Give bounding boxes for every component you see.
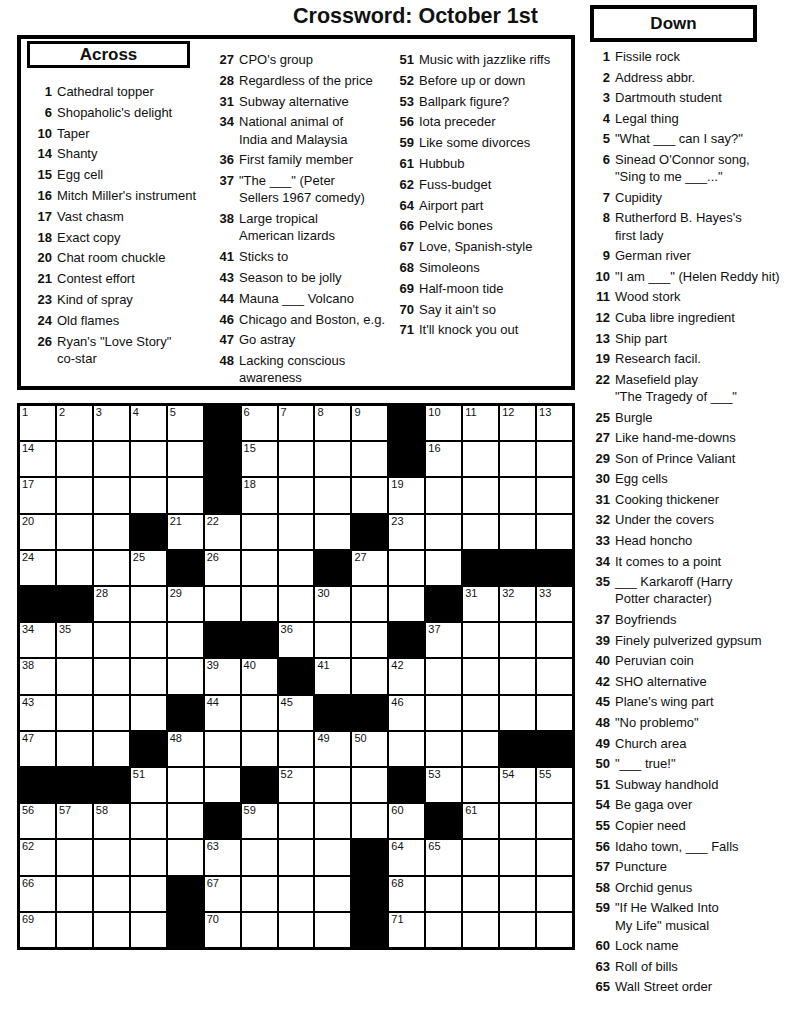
clue-number: 48 <box>213 352 234 369</box>
grid-cell[interactable]: 1 <box>20 406 55 440</box>
grid-cell[interactable] <box>537 623 572 657</box>
grid-cell[interactable] <box>315 840 350 874</box>
clue-text: CPO's group <box>239 51 313 68</box>
grid-cell[interactable] <box>94 877 129 911</box>
cell-number: 23 <box>391 515 403 528</box>
grid-cell[interactable] <box>242 732 277 766</box>
grid-cell[interactable]: 16 <box>426 442 461 476</box>
grid-cell[interactable] <box>168 659 203 693</box>
grid-cell[interactable]: 66 <box>20 877 55 911</box>
grid-cell[interactable] <box>537 877 572 911</box>
clue-item: 67Love, Spanish-style <box>393 238 550 255</box>
grid-cell[interactable] <box>131 442 166 476</box>
grid-cell[interactable] <box>57 913 92 947</box>
grid-cell[interactable] <box>168 804 203 838</box>
grid-cell[interactable]: 39 <box>205 659 240 693</box>
grid-cell[interactable]: 17 <box>20 478 55 512</box>
grid-cell[interactable] <box>352 659 387 693</box>
grid-cell[interactable] <box>205 732 240 766</box>
grid-cell[interactable] <box>242 696 277 730</box>
clue-text: Wood stork <box>615 288 681 305</box>
clue-number: 17 <box>31 208 52 225</box>
grid-cell[interactable] <box>500 442 535 476</box>
grid-cell[interactable] <box>279 515 314 549</box>
grid-cell[interactable] <box>537 804 572 838</box>
grid-cell[interactable] <box>352 478 387 512</box>
grid-cell[interactable] <box>168 442 203 476</box>
clue-text: Ballpark figure? <box>419 93 509 110</box>
cell-number: 8 <box>317 406 323 419</box>
grid-cell[interactable]: 29 <box>168 587 203 621</box>
grid-cell[interactable]: 5 <box>168 406 203 440</box>
clue-text: Iota preceder <box>419 113 496 130</box>
cell-number: 65 <box>428 840 440 853</box>
grid-cell[interactable] <box>537 840 572 874</box>
grid-cell[interactable] <box>500 913 535 947</box>
cell-number: 41 <box>317 659 329 672</box>
cell-number: 46 <box>391 696 403 709</box>
grid-cell[interactable]: 32 <box>500 587 535 621</box>
black-cell <box>389 768 424 802</box>
black-cell <box>205 804 240 838</box>
clue-text: Son of Prince Valiant <box>615 450 735 467</box>
grid-cell[interactable]: 45 <box>279 696 314 730</box>
grid-cell[interactable] <box>315 623 350 657</box>
grid-cell[interactable] <box>131 587 166 621</box>
grid-cell[interactable]: 61 <box>463 804 498 838</box>
black-cell <box>205 406 240 440</box>
grid-cell[interactable]: 38 <box>20 659 55 693</box>
grid-cell[interactable]: 44 <box>205 696 240 730</box>
clue-item: 6Sinead O'Connor song, "Sing to me ___..… <box>589 151 791 185</box>
grid-cell[interactable] <box>168 768 203 802</box>
grid-cell[interactable] <box>94 659 129 693</box>
grid-cell[interactable] <box>426 478 461 512</box>
clue-number: 9 <box>589 247 610 264</box>
cell-number: 25 <box>133 551 145 564</box>
grid-cell[interactable] <box>537 515 572 549</box>
cell-number: 6 <box>244 406 250 419</box>
grid-cell[interactable] <box>94 913 129 947</box>
grid-cell[interactable]: 56 <box>20 804 55 838</box>
grid-cell[interactable]: 55 <box>537 768 572 802</box>
clue-text: Address abbr. <box>615 69 695 86</box>
clue-item: 59"If He Walked Into My Life" musical <box>589 899 791 933</box>
grid-cell[interactable] <box>315 515 350 549</box>
grid-cell[interactable]: 37 <box>426 623 461 657</box>
clue-item: 6Shopaholic's delight <box>31 104 196 121</box>
grid-cell[interactable] <box>131 478 166 512</box>
grid-cell[interactable] <box>94 442 129 476</box>
grid-cell[interactable] <box>463 732 498 766</box>
clue-item: 48Lacking conscious awareness <box>213 352 385 386</box>
grid-cell[interactable]: 40 <box>242 659 277 693</box>
grid-cell[interactable] <box>463 840 498 874</box>
grid-cell[interactable] <box>352 587 387 621</box>
crossword-grid[interactable]: 1234567891011121314151617181920212223242… <box>17 403 575 950</box>
grid-cell[interactable] <box>537 913 572 947</box>
clue-number: 59 <box>393 134 414 151</box>
grid-cell[interactable] <box>352 442 387 476</box>
clue-text: "No problemo" <box>615 714 699 731</box>
grid-cell[interactable] <box>279 587 314 621</box>
grid-cell[interactable] <box>242 840 277 874</box>
cell-number: 52 <box>281 768 293 781</box>
black-cell <box>20 768 55 802</box>
grid-cell[interactable] <box>426 515 461 549</box>
grid-cell[interactable]: 63 <box>205 840 240 874</box>
grid-cell[interactable]: 21 <box>168 515 203 549</box>
clue-text: German river <box>615 247 691 264</box>
grid-cell[interactable]: 22 <box>205 515 240 549</box>
grid-cell[interactable]: 11 <box>463 406 498 440</box>
grid-cell[interactable]: 60 <box>389 804 424 838</box>
grid-cell[interactable]: 47 <box>20 732 55 766</box>
grid-cell[interactable] <box>242 587 277 621</box>
grid-cell[interactable] <box>315 478 350 512</box>
grid-cell[interactable] <box>57 877 92 911</box>
grid-cell[interactable] <box>426 877 461 911</box>
clue-text: Idaho town, ___ Falls <box>615 838 739 855</box>
clue-number: 27 <box>213 51 234 68</box>
clue-item: 50"___ true!" <box>589 755 791 772</box>
cell-number: 22 <box>207 515 219 528</box>
black-cell <box>131 515 166 549</box>
cell-number: 12 <box>502 406 514 419</box>
grid-cell[interactable] <box>57 840 92 874</box>
grid-cell[interactable]: 9 <box>352 406 387 440</box>
grid-cell[interactable]: 43 <box>20 696 55 730</box>
clue-item: 10"I am ___" (Helen Reddy hit) <box>589 268 791 285</box>
grid-cell[interactable]: 28 <box>94 587 129 621</box>
grid-cell[interactable] <box>463 623 498 657</box>
grid-cell[interactable]: 42 <box>389 659 424 693</box>
grid-cell[interactable] <box>463 442 498 476</box>
grid-cell[interactable]: 2 <box>57 406 92 440</box>
clue-number: 27 <box>589 429 610 446</box>
clue-item: 49Church area <box>589 735 791 752</box>
grid-cell[interactable] <box>389 732 424 766</box>
clue-item: 53Ballpark figure? <box>393 93 550 110</box>
clue-number: 1 <box>589 48 610 65</box>
grid-cell[interactable]: 12 <box>500 406 535 440</box>
clue-text: Like some divorces <box>419 134 530 151</box>
clue-item: 42SHO alternative <box>589 673 791 690</box>
grid-cell[interactable]: 69 <box>20 913 55 947</box>
clue-number: 51 <box>589 776 610 793</box>
grid-cell[interactable] <box>352 623 387 657</box>
grid-cell[interactable] <box>131 840 166 874</box>
grid-cell[interactable]: 49 <box>315 732 350 766</box>
clue-item: 64Airport part <box>393 197 550 214</box>
grid-cell[interactable] <box>131 659 166 693</box>
grid-cell[interactable] <box>426 913 461 947</box>
clue-item: 5"What ___ can I say?" <box>589 130 791 147</box>
grid-cell[interactable] <box>463 478 498 512</box>
grid-cell[interactable] <box>500 877 535 911</box>
grid-cell[interactable]: 68 <box>389 877 424 911</box>
clue-text: Regardless of the price <box>239 72 373 89</box>
grid-cell[interactable]: 53 <box>426 768 461 802</box>
clue-number: 54 <box>589 796 610 813</box>
grid-cell[interactable]: 35 <box>57 623 92 657</box>
clue-item: 51Subway handhold <box>589 776 791 793</box>
clue-number: 7 <box>589 189 610 206</box>
grid-cell[interactable] <box>94 732 129 766</box>
grid-cell[interactable] <box>463 696 498 730</box>
grid-cell[interactable] <box>279 551 314 585</box>
clue-number: 43 <box>213 269 234 286</box>
clue-item: 11Wood stork <box>589 288 791 305</box>
grid-cell[interactable]: 65 <box>426 840 461 874</box>
black-cell <box>426 587 461 621</box>
grid-cell[interactable] <box>205 587 240 621</box>
clue-text: Kind of spray <box>57 291 133 308</box>
grid-cell[interactable]: 27 <box>352 551 387 585</box>
grid-cell[interactable] <box>242 877 277 911</box>
grid-cell[interactable] <box>279 478 314 512</box>
grid-cell[interactable]: 19 <box>389 478 424 512</box>
clue-text: Peruvian coin <box>615 652 694 669</box>
down-clues-list: 1Fissile rock 2Address abbr. 3Dartmouth … <box>589 48 791 999</box>
grid-cell[interactable] <box>94 515 129 549</box>
grid-cell[interactable]: 64 <box>389 840 424 874</box>
clue-text: Sticks to <box>239 248 288 265</box>
grid-cell[interactable]: 7 <box>279 406 314 440</box>
grid-cell[interactable] <box>463 659 498 693</box>
cell-number: 56 <box>22 804 34 817</box>
grid-cell[interactable]: 58 <box>94 804 129 838</box>
grid-cell[interactable] <box>315 877 350 911</box>
cell-number: 32 <box>502 587 514 600</box>
grid-cell[interactable] <box>131 877 166 911</box>
cell-number: 7 <box>281 406 287 419</box>
clue-item: 47Go astray <box>213 331 385 348</box>
grid-cell[interactable] <box>500 840 535 874</box>
grid-cell[interactable]: 20 <box>20 515 55 549</box>
grid-cell[interactable] <box>389 551 424 585</box>
clue-text: SHO alternative <box>615 673 707 690</box>
cell-number: 19 <box>391 478 403 491</box>
grid-cell[interactable] <box>500 515 535 549</box>
grid-cell[interactable] <box>57 442 92 476</box>
cell-number: 61 <box>465 804 477 817</box>
grid-cell[interactable] <box>131 913 166 947</box>
clue-number: 51 <box>393 51 414 68</box>
grid-cell[interactable] <box>500 623 535 657</box>
grid-cell[interactable] <box>426 696 461 730</box>
grid-cell[interactable] <box>352 804 387 838</box>
black-cell <box>315 551 350 585</box>
grid-cell[interactable]: 18 <box>242 478 277 512</box>
grid-cell[interactable] <box>389 587 424 621</box>
black-cell <box>279 659 314 693</box>
grid-cell[interactable] <box>279 804 314 838</box>
grid-cell[interactable]: 70 <box>205 913 240 947</box>
grid-cell[interactable] <box>57 696 92 730</box>
grid-cell[interactable] <box>279 840 314 874</box>
grid-cell[interactable]: 23 <box>389 515 424 549</box>
cell-number: 54 <box>502 768 514 781</box>
grid-cell[interactable]: 59 <box>242 804 277 838</box>
clue-number: 64 <box>393 197 414 214</box>
black-cell <box>205 623 240 657</box>
grid-cell[interactable] <box>279 442 314 476</box>
grid-cell[interactable] <box>205 768 240 802</box>
clue-number: 22 <box>589 371 610 388</box>
grid-cell[interactable]: 31 <box>463 587 498 621</box>
clue-number: 40 <box>589 652 610 669</box>
grid-cell[interactable] <box>537 478 572 512</box>
grid-cell[interactable]: 71 <box>389 913 424 947</box>
grid-cell[interactable] <box>426 732 461 766</box>
black-cell <box>352 913 387 947</box>
grid-cell[interactable]: 25 <box>131 551 166 585</box>
clue-text: "What ___ can I say?" <box>615 130 743 147</box>
clue-item: 60Lock name <box>589 937 791 954</box>
clue-item: 30Egg cells <box>589 470 791 487</box>
clue-text: Burgle <box>615 409 653 426</box>
grid-cell[interactable]: 57 <box>57 804 92 838</box>
grid-cell[interactable] <box>94 623 129 657</box>
grid-cell[interactable] <box>352 768 387 802</box>
grid-cell[interactable]: 34 <box>20 623 55 657</box>
grid-cell[interactable] <box>242 551 277 585</box>
clue-item: 36First family member <box>213 151 385 168</box>
clue-text: Mitch Miller's instrument <box>57 187 196 204</box>
grid-cell[interactable]: 13 <box>537 406 572 440</box>
grid-cell[interactable]: 26 <box>205 551 240 585</box>
grid-cell[interactable] <box>131 804 166 838</box>
black-cell <box>352 696 387 730</box>
clue-number: 65 <box>589 978 610 995</box>
grid-cell[interactable]: 14 <box>20 442 55 476</box>
grid-cell[interactable] <box>463 768 498 802</box>
clue-number: 34 <box>213 113 234 130</box>
clue-text: Under the covers <box>615 511 714 528</box>
grid-cell[interactable] <box>279 913 314 947</box>
grid-cell[interactable]: 48 <box>168 732 203 766</box>
grid-cell[interactable] <box>500 696 535 730</box>
grid-cell[interactable] <box>94 696 129 730</box>
black-cell <box>500 732 535 766</box>
grid-cell[interactable] <box>168 478 203 512</box>
grid-cell[interactable] <box>463 877 498 911</box>
grid-cell[interactable]: 30 <box>315 587 350 621</box>
grid-cell[interactable]: 52 <box>279 768 314 802</box>
grid-cell[interactable] <box>279 877 314 911</box>
grid-cell[interactable]: 36 <box>279 623 314 657</box>
grid-cell[interactable] <box>131 623 166 657</box>
clue-item: 35___ Karkaroff (Harry Potter character) <box>589 573 791 607</box>
clue-text: Fuss-budget <box>419 176 491 193</box>
grid-cell[interactable]: 67 <box>205 877 240 911</box>
grid-cell[interactable] <box>57 515 92 549</box>
grid-cell[interactable]: 46 <box>389 696 424 730</box>
grid-cell[interactable]: 51 <box>131 768 166 802</box>
grid-cell[interactable] <box>315 442 350 476</box>
grid-cell[interactable] <box>94 551 129 585</box>
clue-number: 36 <box>213 151 234 168</box>
grid-cell[interactable] <box>94 478 129 512</box>
clue-text: Roll of bills <box>615 958 678 975</box>
grid-cell[interactable] <box>57 659 92 693</box>
black-cell <box>57 768 92 802</box>
grid-cell[interactable] <box>242 913 277 947</box>
clue-text: Orchid genus <box>615 879 692 896</box>
clue-number: 49 <box>589 735 610 752</box>
grid-cell[interactable] <box>463 913 498 947</box>
grid-cell[interactable] <box>315 768 350 802</box>
grid-cell[interactable] <box>500 659 535 693</box>
grid-cell[interactable] <box>537 696 572 730</box>
grid-cell[interactable]: 4 <box>131 406 166 440</box>
grid-cell[interactable] <box>57 551 92 585</box>
grid-cell[interactable]: 41 <box>315 659 350 693</box>
clue-text: Music with jazzlike riffs <box>419 51 550 68</box>
grid-cell[interactable] <box>315 913 350 947</box>
clue-item: 68Simoleons <box>393 259 550 276</box>
black-cell <box>500 551 535 585</box>
clue-text: Chicago and Boston, e.g. <box>239 311 385 328</box>
cell-number: 30 <box>317 587 329 600</box>
grid-cell[interactable] <box>426 659 461 693</box>
clue-item: 44Mauna ___ Volcano <box>213 290 385 307</box>
clue-text: Say it ain't so <box>419 301 496 318</box>
grid-cell[interactable] <box>463 515 498 549</box>
clue-item: 19Research facil. <box>589 350 791 367</box>
grid-cell[interactable]: 24 <box>20 551 55 585</box>
grid-cell[interactable] <box>57 478 92 512</box>
clue-number: 11 <box>589 288 610 305</box>
grid-cell[interactable]: 50 <box>352 732 387 766</box>
grid-cell[interactable] <box>426 551 461 585</box>
grid-cell[interactable]: 15 <box>242 442 277 476</box>
grid-cell[interactable] <box>168 840 203 874</box>
cell-number: 40 <box>244 659 256 672</box>
clue-text: Fissile rock <box>615 48 680 65</box>
grid-cell[interactable]: 3 <box>94 406 129 440</box>
clue-number: 48 <box>589 714 610 731</box>
grid-cell[interactable]: 33 <box>537 587 572 621</box>
grid-cell[interactable] <box>242 515 277 549</box>
grid-cell[interactable]: 62 <box>20 840 55 874</box>
grid-cell[interactable] <box>94 840 129 874</box>
grid-cell[interactable]: 8 <box>315 406 350 440</box>
black-cell <box>94 768 129 802</box>
grid-cell[interactable] <box>57 732 92 766</box>
grid-cell[interactable] <box>131 696 166 730</box>
clue-text: Finely pulverized gypsum <box>615 632 762 649</box>
grid-cell[interactable]: 54 <box>500 768 535 802</box>
grid-cell[interactable] <box>537 442 572 476</box>
grid-cell[interactable] <box>168 623 203 657</box>
clue-number: 56 <box>393 113 414 130</box>
clue-number: 52 <box>393 72 414 89</box>
grid-cell[interactable] <box>500 804 535 838</box>
black-cell <box>168 551 203 585</box>
clue-item: 7Cupidity <box>589 189 791 206</box>
grid-cell[interactable] <box>279 732 314 766</box>
grid-cell[interactable] <box>500 478 535 512</box>
grid-cell[interactable]: 6 <box>242 406 277 440</box>
grid-cell[interactable] <box>537 659 572 693</box>
clue-text: Plane's wing part <box>615 693 714 710</box>
clue-text: Be gaga over <box>615 796 692 813</box>
grid-cell[interactable]: 10 <box>426 406 461 440</box>
grid-cell[interactable] <box>315 804 350 838</box>
clue-item: 41Sticks to <box>213 248 385 265</box>
